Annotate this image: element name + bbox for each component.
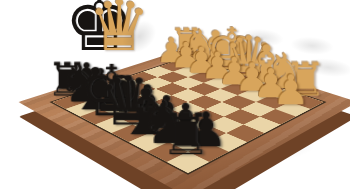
chess-board: ♜♞♝♚♛♝♞♜♟♟♟♟♟♟♟♟♟♟♟♟♟♟♟♟♜♞♝♚♛♝♞♜: [18, 48, 350, 189]
product-photo-chess-set: ♚ ♛ ♜♞♝♚♛♝♞♜♟♟♟♟♟♟♟♟♟♟♟♟♟♟♟♟♜♞♝♚♛♝♞♜: [0, 0, 350, 189]
white-pawn: ♟: [250, 70, 333, 109]
board-scene: ♜♞♝♚♛♝♞♜♟♟♟♟♟♟♟♟♟♟♟♟♟♟♟♟♜♞♝♚♛♝♞♜: [0, 0, 350, 189]
black-rook: ♜: [136, 108, 236, 162]
